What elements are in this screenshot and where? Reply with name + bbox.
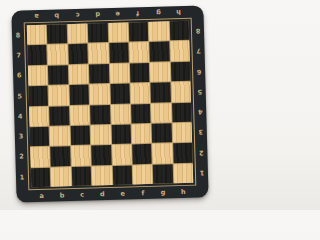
square-c1[interactable] [71, 166, 91, 186]
file-label-bottom-g: g [153, 186, 174, 199]
square-g7[interactable] [150, 42, 170, 62]
square-h2[interactable] [173, 143, 193, 163]
rank-label-right-2: 2 [195, 142, 208, 163]
file-label-bottom-c: c [72, 189, 93, 202]
square-f8[interactable] [129, 22, 149, 42]
rank-label-right-4: 4 [194, 101, 207, 122]
square-f6[interactable] [130, 63, 150, 83]
square-a3[interactable] [30, 127, 50, 147]
square-d2[interactable] [91, 145, 111, 165]
square-b4[interactable] [49, 106, 69, 126]
square-c2[interactable] [71, 146, 91, 166]
square-d3[interactable] [91, 125, 111, 145]
square-d5[interactable] [90, 84, 110, 104]
square-d7[interactable] [88, 43, 108, 63]
square-d4[interactable] [90, 105, 110, 125]
rank-label-right-6: 6 [193, 61, 206, 82]
square-a1[interactable] [31, 167, 51, 187]
file-label-bottom-a: a [31, 190, 52, 203]
square-e7[interactable] [109, 43, 129, 63]
file-label-bottom-f: f [133, 187, 154, 200]
square-a5[interactable] [28, 86, 48, 106]
square-h3[interactable] [172, 123, 192, 143]
square-c4[interactable] [70, 105, 90, 125]
square-f4[interactable] [131, 103, 151, 123]
rank-label-left-3: 3 [15, 127, 28, 148]
chess-board: abcdefgh abcdefgh 87654321 87654321 [11, 5, 208, 202]
file-label-top-d: d [87, 8, 108, 21]
square-e5[interactable] [110, 84, 130, 104]
rank-label-right-8: 8 [192, 20, 205, 41]
rank-label-left-7: 7 [12, 46, 25, 67]
square-h7[interactable] [170, 41, 190, 61]
square-e3[interactable] [111, 124, 131, 144]
file-label-top-f: f [128, 7, 149, 20]
square-b2[interactable] [51, 146, 71, 166]
square-g1[interactable] [153, 164, 173, 184]
square-a2[interactable] [30, 147, 50, 167]
file-label-bottom-h: h [173, 186, 194, 199]
square-f2[interactable] [132, 144, 152, 164]
square-h6[interactable] [170, 62, 190, 82]
square-g6[interactable] [150, 62, 170, 82]
square-d6[interactable] [89, 64, 109, 84]
square-d8[interactable] [88, 23, 108, 43]
rank-label-right-7: 7 [192, 41, 205, 62]
photo-background: abcdefgh abcdefgh 87654321 87654321 [0, 0, 220, 210]
square-b1[interactable] [51, 167, 71, 187]
rank-label-left-8: 8 [12, 25, 25, 46]
file-label-top-g: g [148, 6, 169, 19]
rank-label-left-5: 5 [13, 86, 26, 107]
square-c3[interactable] [70, 125, 90, 145]
square-a6[interactable] [28, 65, 48, 85]
rank-label-right-1: 1 [196, 162, 209, 183]
square-a7[interactable] [27, 45, 47, 65]
square-b5[interactable] [49, 85, 69, 105]
square-e8[interactable] [108, 22, 128, 42]
square-b6[interactable] [48, 65, 68, 85]
rank-label-left-1: 1 [16, 167, 29, 188]
square-g3[interactable] [152, 123, 172, 143]
square-g8[interactable] [149, 21, 169, 41]
square-f3[interactable] [131, 124, 151, 144]
square-b3[interactable] [50, 126, 70, 146]
rank-label-right-3: 3 [195, 122, 208, 143]
square-f7[interactable] [129, 42, 149, 62]
square-a8[interactable] [27, 25, 47, 45]
square-e6[interactable] [109, 63, 129, 83]
rank-label-right-5: 5 [193, 81, 206, 102]
file-label-top-h: h [168, 6, 189, 19]
file-label-top-b: b [47, 9, 68, 22]
file-label-bottom-e: e [112, 187, 133, 200]
square-h8[interactable] [169, 21, 189, 41]
square-e4[interactable] [111, 104, 131, 124]
square-c7[interactable] [68, 44, 88, 64]
square-f1[interactable] [133, 164, 153, 184]
rank-label-left-2: 2 [15, 147, 28, 168]
board-inner-frame [24, 18, 197, 191]
square-a4[interactable] [29, 106, 49, 126]
rank-label-left-4: 4 [14, 106, 27, 127]
square-g2[interactable] [152, 144, 172, 164]
file-label-top-a: a [26, 10, 47, 23]
file-label-bottom-d: d [92, 188, 113, 201]
square-h4[interactable] [172, 102, 192, 122]
square-b8[interactable] [47, 24, 67, 44]
board-grid [27, 21, 193, 187]
square-h1[interactable] [173, 163, 193, 183]
square-g4[interactable] [151, 103, 171, 123]
square-b7[interactable] [48, 45, 68, 65]
square-d1[interactable] [92, 166, 112, 186]
square-e1[interactable] [112, 165, 132, 185]
square-c6[interactable] [69, 64, 89, 84]
square-h5[interactable] [171, 82, 191, 102]
rank-label-left-6: 6 [13, 66, 26, 87]
square-f5[interactable] [130, 83, 150, 103]
square-c5[interactable] [69, 85, 89, 105]
file-label-bottom-b: b [52, 189, 73, 202]
square-g5[interactable] [151, 82, 171, 102]
square-c8[interactable] [68, 24, 88, 44]
file-label-top-c: c [67, 9, 88, 22]
file-label-top-e: e [107, 7, 128, 20]
square-e2[interactable] [112, 145, 132, 165]
